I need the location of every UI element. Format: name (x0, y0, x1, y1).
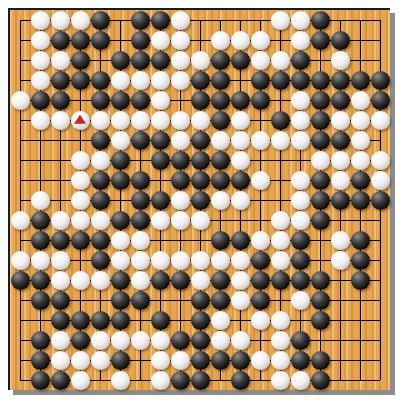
intersection-r1-c12[interactable] (230, 10, 250, 30)
intersection-r9-c7[interactable] (130, 170, 150, 190)
intersection-r5-c9[interactable] (170, 90, 190, 110)
intersection-r19-c3[interactable] (50, 370, 70, 390)
intersection-r17-c13[interactable] (250, 330, 270, 350)
intersection-r8-c2[interactable] (30, 150, 50, 170)
intersection-r18-c15[interactable] (290, 350, 310, 370)
intersection-r6-c6[interactable] (110, 110, 130, 130)
intersection-r7-c4[interactable] (70, 130, 90, 150)
intersection-r7-c19[interactable] (370, 130, 390, 150)
intersection-r11-c5[interactable] (90, 210, 110, 230)
intersection-r9-c10[interactable] (190, 170, 210, 190)
intersection-r19-c5[interactable] (90, 370, 110, 390)
intersection-r13-c1[interactable] (10, 250, 30, 270)
intersection-r9-c8[interactable] (150, 170, 170, 190)
intersection-r16-c5[interactable] (90, 310, 110, 330)
intersection-r15-c2[interactable] (30, 290, 50, 310)
intersection-r8-c12[interactable] (230, 150, 250, 170)
intersection-r18-c8[interactable] (150, 350, 170, 370)
intersection-r9-c2[interactable] (30, 170, 50, 190)
intersection-r4-c17[interactable] (330, 70, 350, 90)
intersection-r12-c10[interactable] (190, 230, 210, 250)
intersection-r7-c15[interactable] (290, 130, 310, 150)
intersection-r12-c15[interactable] (290, 230, 310, 250)
intersection-r3-c12[interactable] (230, 50, 250, 70)
intersection-r14-c7[interactable] (130, 270, 150, 290)
intersection-r14-c19[interactable] (370, 270, 390, 290)
intersection-r1-c11[interactable] (210, 10, 230, 30)
intersection-r4-c13[interactable] (250, 70, 270, 90)
intersection-r4-c5[interactable] (90, 70, 110, 90)
intersection-r13-c7[interactable] (130, 250, 150, 270)
intersection-r6-c4[interactable] (70, 110, 90, 130)
intersection-r6-c18[interactable] (350, 110, 370, 130)
intersection-r7-c11[interactable] (210, 130, 230, 150)
intersection-r3-c10[interactable] (190, 50, 210, 70)
intersection-r3-c14[interactable] (270, 50, 290, 70)
intersection-r17-c4[interactable] (70, 330, 90, 350)
intersection-r18-c4[interactable] (70, 350, 90, 370)
intersection-r2-c3[interactable] (50, 30, 70, 50)
intersection-r12-c9[interactable] (170, 230, 190, 250)
intersection-r7-c12[interactable] (230, 130, 250, 150)
intersection-r11-c13[interactable] (250, 210, 270, 230)
intersection-r1-c5[interactable] (90, 10, 110, 30)
intersection-r10-c9[interactable] (170, 190, 190, 210)
intersection-r5-c13[interactable] (250, 90, 270, 110)
intersection-r7-c5[interactable] (90, 130, 110, 150)
intersection-r5-c17[interactable] (330, 90, 350, 110)
intersection-r15-c11[interactable] (210, 290, 230, 310)
intersection-r6-c9[interactable] (170, 110, 190, 130)
intersection-r17-c1[interactable] (10, 330, 30, 350)
intersection-r5-c16[interactable] (310, 90, 330, 110)
intersection-r4-c3[interactable] (50, 70, 70, 90)
intersection-r17-c12[interactable] (230, 330, 250, 350)
intersection-r6-c10[interactable] (190, 110, 210, 130)
intersection-r11-c12[interactable] (230, 210, 250, 230)
intersection-r10-c3[interactable] (50, 190, 70, 210)
intersection-r12-c2[interactable] (30, 230, 50, 250)
intersection-r8-c18[interactable] (350, 150, 370, 170)
intersection-r8-c4[interactable] (70, 150, 90, 170)
intersection-r2-c14[interactable] (270, 30, 290, 50)
intersection-r18-c18[interactable] (350, 350, 370, 370)
intersection-r2-c12[interactable] (230, 30, 250, 50)
intersection-r13-c19[interactable] (370, 250, 390, 270)
intersection-r1-c8[interactable] (150, 10, 170, 30)
intersection-r4-c18[interactable] (350, 70, 370, 90)
intersection-r14-c12[interactable] (230, 270, 250, 290)
intersection-r7-c8[interactable] (150, 130, 170, 150)
intersection-r4-c10[interactable] (190, 70, 210, 90)
intersection-r12-c3[interactable] (50, 230, 70, 250)
intersection-r1-c15[interactable] (290, 10, 310, 30)
intersection-r10-c4[interactable] (70, 190, 90, 210)
intersection-r17-c17[interactable] (330, 330, 350, 350)
intersection-r11-c19[interactable] (370, 210, 390, 230)
intersection-r3-c19[interactable] (370, 50, 390, 70)
intersection-r13-c5[interactable] (90, 250, 110, 270)
intersection-r6-c17[interactable] (330, 110, 350, 130)
intersection-r14-c5[interactable] (90, 270, 110, 290)
intersection-r14-c10[interactable] (190, 270, 210, 290)
intersection-r8-c8[interactable] (150, 150, 170, 170)
intersection-r3-c1[interactable] (10, 50, 30, 70)
intersection-r2-c11[interactable] (210, 30, 230, 50)
intersection-r6-c1[interactable] (10, 110, 30, 130)
intersection-r9-c15[interactable] (290, 170, 310, 190)
intersection-r5-c18[interactable] (350, 90, 370, 110)
intersection-r1-c9[interactable] (170, 10, 190, 30)
intersection-r10-c17[interactable] (330, 190, 350, 210)
intersection-r15-c1[interactable] (10, 290, 30, 310)
intersection-r13-c17[interactable] (330, 250, 350, 270)
intersection-r5-c3[interactable] (50, 90, 70, 110)
intersection-r7-c10[interactable] (190, 130, 210, 150)
intersection-r3-c13[interactable] (250, 50, 270, 70)
intersection-r3-c5[interactable] (90, 50, 110, 70)
intersection-r10-c16[interactable] (310, 190, 330, 210)
intersection-r14-c14[interactable] (270, 270, 290, 290)
intersection-r10-c2[interactable] (30, 190, 50, 210)
intersection-r7-c6[interactable] (110, 130, 130, 150)
intersection-r13-c13[interactable] (250, 250, 270, 270)
intersection-r2-c1[interactable] (10, 30, 30, 50)
intersection-r5-c11[interactable] (210, 90, 230, 110)
intersection-r16-c8[interactable] (150, 310, 170, 330)
intersection-r10-c18[interactable] (350, 190, 370, 210)
intersection-r2-c6[interactable] (110, 30, 130, 50)
intersection-r8-c11[interactable] (210, 150, 230, 170)
intersection-r15-c13[interactable] (250, 290, 270, 310)
intersection-r19-c16[interactable] (310, 370, 330, 390)
intersection-r11-c7[interactable] (130, 210, 150, 230)
intersection-r11-c2[interactable] (30, 210, 50, 230)
intersection-r2-c5[interactable] (90, 30, 110, 50)
intersection-r4-c9[interactable] (170, 70, 190, 90)
intersection-r8-c6[interactable] (110, 150, 130, 170)
intersection-r9-c4[interactable] (70, 170, 90, 190)
intersection-r4-c4[interactable] (70, 70, 90, 90)
intersection-r18-c19[interactable] (370, 350, 390, 370)
intersection-r3-c8[interactable] (150, 50, 170, 70)
intersection-r14-c4[interactable] (70, 270, 90, 290)
intersection-r5-c15[interactable] (290, 90, 310, 110)
intersection-r8-c3[interactable] (50, 150, 70, 170)
intersection-r11-c11[interactable] (210, 210, 230, 230)
intersection-r17-c9[interactable] (170, 330, 190, 350)
intersection-r17-c2[interactable] (30, 330, 50, 350)
intersection-r16-c9[interactable] (170, 310, 190, 330)
intersection-r17-c11[interactable] (210, 330, 230, 350)
intersection-r10-c1[interactable] (10, 190, 30, 210)
intersection-r16-c10[interactable] (190, 310, 210, 330)
intersection-r8-c9[interactable] (170, 150, 190, 170)
intersection-r15-c3[interactable] (50, 290, 70, 310)
intersection-r2-c10[interactable] (190, 30, 210, 50)
intersection-r3-c2[interactable] (30, 50, 50, 70)
intersection-r4-c11[interactable] (210, 70, 230, 90)
intersection-r12-c17[interactable] (330, 230, 350, 250)
intersection-r18-c10[interactable] (190, 350, 210, 370)
intersection-r6-c3[interactable] (50, 110, 70, 130)
intersection-r16-c16[interactable] (310, 310, 330, 330)
intersection-r1-c6[interactable] (110, 10, 130, 30)
intersection-r16-c19[interactable] (370, 310, 390, 330)
intersection-r2-c8[interactable] (150, 30, 170, 50)
intersection-r16-c2[interactable] (30, 310, 50, 330)
intersection-r14-c17[interactable] (330, 270, 350, 290)
intersection-r4-c16[interactable] (310, 70, 330, 90)
intersection-r13-c4[interactable] (70, 250, 90, 270)
intersection-r12-c18[interactable] (350, 230, 370, 250)
intersection-r3-c3[interactable] (50, 50, 70, 70)
intersection-r14-c1[interactable] (10, 270, 30, 290)
intersection-r8-c15[interactable] (290, 150, 310, 170)
intersection-r9-c13[interactable] (250, 170, 270, 190)
intersection-r11-c8[interactable] (150, 210, 170, 230)
intersection-r6-c8[interactable] (150, 110, 170, 130)
intersection-r17-c14[interactable] (270, 330, 290, 350)
intersection-r19-c13[interactable] (250, 370, 270, 390)
intersection-r2-c4[interactable] (70, 30, 90, 50)
intersection-r6-c19[interactable] (370, 110, 390, 130)
intersection-r7-c17[interactable] (330, 130, 350, 150)
intersection-r6-c12[interactable] (230, 110, 250, 130)
intersection-r9-c5[interactable] (90, 170, 110, 190)
intersection-r16-c15[interactable] (290, 310, 310, 330)
intersection-r18-c13[interactable] (250, 350, 270, 370)
intersection-r7-c14[interactable] (270, 130, 290, 150)
intersection-r11-c10[interactable] (190, 210, 210, 230)
intersection-r1-c7[interactable] (130, 10, 150, 30)
intersection-r6-c15[interactable] (290, 110, 310, 130)
intersection-r7-c3[interactable] (50, 130, 70, 150)
intersection-r11-c4[interactable] (70, 210, 90, 230)
intersection-r17-c5[interactable] (90, 330, 110, 350)
intersection-r3-c6[interactable] (110, 50, 130, 70)
intersection-r5-c10[interactable] (190, 90, 210, 110)
intersection-r11-c9[interactable] (170, 210, 190, 230)
intersection-r17-c10[interactable] (190, 330, 210, 350)
intersection-r14-c11[interactable] (210, 270, 230, 290)
intersection-r7-c13[interactable] (250, 130, 270, 150)
intersection-r15-c9[interactable] (170, 290, 190, 310)
intersection-r18-c2[interactable] (30, 350, 50, 370)
intersection-r6-c7[interactable] (130, 110, 150, 130)
intersection-r5-c6[interactable] (110, 90, 130, 110)
intersection-r13-c14[interactable] (270, 250, 290, 270)
intersection-r1-c4[interactable] (70, 10, 90, 30)
intersection-r11-c16[interactable] (310, 210, 330, 230)
intersection-r19-c15[interactable] (290, 370, 310, 390)
intersection-r9-c14[interactable] (270, 170, 290, 190)
intersection-r7-c7[interactable] (130, 130, 150, 150)
intersection-r12-c12[interactable] (230, 230, 250, 250)
intersection-r9-c16[interactable] (310, 170, 330, 190)
intersection-r18-c1[interactable] (10, 350, 30, 370)
intersection-r14-c18[interactable] (350, 270, 370, 290)
intersection-r2-c7[interactable] (130, 30, 150, 50)
intersection-r18-c3[interactable] (50, 350, 70, 370)
intersection-r19-c12[interactable] (230, 370, 250, 390)
intersection-r18-c16[interactable] (310, 350, 330, 370)
intersection-r16-c17[interactable] (330, 310, 350, 330)
intersection-r15-c15[interactable] (290, 290, 310, 310)
intersection-r1-c17[interactable] (330, 10, 350, 30)
intersection-r7-c18[interactable] (350, 130, 370, 150)
intersection-r16-c18[interactable] (350, 310, 370, 330)
intersection-r5-c8[interactable] (150, 90, 170, 110)
intersection-r11-c1[interactable] (10, 210, 30, 230)
intersection-r7-c16[interactable] (310, 130, 330, 150)
intersection-r1-c13[interactable] (250, 10, 270, 30)
intersection-r5-c1[interactable] (10, 90, 30, 110)
intersection-r3-c18[interactable] (350, 50, 370, 70)
intersection-r19-c4[interactable] (70, 370, 90, 390)
intersection-r6-c13[interactable] (250, 110, 270, 130)
intersection-r13-c15[interactable] (290, 250, 310, 270)
intersection-r12-c4[interactable] (70, 230, 90, 250)
intersection-r3-c16[interactable] (310, 50, 330, 70)
intersection-r4-c7[interactable] (130, 70, 150, 90)
intersection-r9-c9[interactable] (170, 170, 190, 190)
intersection-r13-c3[interactable] (50, 250, 70, 270)
intersection-r12-c16[interactable] (310, 230, 330, 250)
intersection-r3-c9[interactable] (170, 50, 190, 70)
intersection-r15-c10[interactable] (190, 290, 210, 310)
intersection-r9-c12[interactable] (230, 170, 250, 190)
intersection-r8-c5[interactable] (90, 150, 110, 170)
intersection-r9-c17[interactable] (330, 170, 350, 190)
intersection-r1-c16[interactable] (310, 10, 330, 30)
intersection-r11-c3[interactable] (50, 210, 70, 230)
intersection-r1-c14[interactable] (270, 10, 290, 30)
intersection-r19-c8[interactable] (150, 370, 170, 390)
intersection-r10-c11[interactable] (210, 190, 230, 210)
intersection-r8-c17[interactable] (330, 150, 350, 170)
intersection-r12-c5[interactable] (90, 230, 110, 250)
intersection-r14-c8[interactable] (150, 270, 170, 290)
intersection-r13-c6[interactable] (110, 250, 130, 270)
intersection-r9-c3[interactable] (50, 170, 70, 190)
intersection-r16-c7[interactable] (130, 310, 150, 330)
intersection-r19-c6[interactable] (110, 370, 130, 390)
intersection-r10-c12[interactable] (230, 190, 250, 210)
intersection-r18-c9[interactable] (170, 350, 190, 370)
intersection-r5-c5[interactable] (90, 90, 110, 110)
intersection-r19-c19[interactable] (370, 370, 390, 390)
intersection-r18-c6[interactable] (110, 350, 130, 370)
intersection-r8-c16[interactable] (310, 150, 330, 170)
intersection-r11-c17[interactable] (330, 210, 350, 230)
intersection-r9-c11[interactable] (210, 170, 230, 190)
intersection-r4-c12[interactable] (230, 70, 250, 90)
intersection-r12-c13[interactable] (250, 230, 270, 250)
intersection-r14-c6[interactable] (110, 270, 130, 290)
intersection-r18-c14[interactable] (270, 350, 290, 370)
intersection-r4-c14[interactable] (270, 70, 290, 90)
intersection-r17-c7[interactable] (130, 330, 150, 350)
intersection-r17-c19[interactable] (370, 330, 390, 350)
intersection-r2-c17[interactable] (330, 30, 350, 50)
intersection-r5-c19[interactable] (370, 90, 390, 110)
intersection-r4-c1[interactable] (10, 70, 30, 90)
intersection-r5-c4[interactable] (70, 90, 90, 110)
intersection-r9-c19[interactable] (370, 170, 390, 190)
intersection-r14-c16[interactable] (310, 270, 330, 290)
intersection-r2-c13[interactable] (250, 30, 270, 50)
intersection-r2-c19[interactable] (370, 30, 390, 50)
intersection-r19-c7[interactable] (130, 370, 150, 390)
intersection-r14-c3[interactable] (50, 270, 70, 290)
intersection-r12-c7[interactable] (130, 230, 150, 250)
intersection-r8-c1[interactable] (10, 150, 30, 170)
intersection-r8-c14[interactable] (270, 150, 290, 170)
intersection-r16-c4[interactable] (70, 310, 90, 330)
intersection-r11-c15[interactable] (290, 210, 310, 230)
intersection-r2-c16[interactable] (310, 30, 330, 50)
intersection-r5-c2[interactable] (30, 90, 50, 110)
intersection-r6-c16[interactable] (310, 110, 330, 130)
intersection-r2-c15[interactable] (290, 30, 310, 50)
intersection-r8-c10[interactable] (190, 150, 210, 170)
intersection-r4-c2[interactable] (30, 70, 50, 90)
intersection-r8-c13[interactable] (250, 150, 270, 170)
intersection-r16-c12[interactable] (230, 310, 250, 330)
intersection-r17-c3[interactable] (50, 330, 70, 350)
intersection-r15-c18[interactable] (350, 290, 370, 310)
intersection-r8-c19[interactable] (370, 150, 390, 170)
intersection-r19-c2[interactable] (30, 370, 50, 390)
intersection-r15-c7[interactable] (130, 290, 150, 310)
intersection-r6-c2[interactable] (30, 110, 50, 130)
intersection-r12-c14[interactable] (270, 230, 290, 250)
intersection-r1-c2[interactable] (30, 10, 50, 30)
intersection-r15-c6[interactable] (110, 290, 130, 310)
intersection-r19-c18[interactable] (350, 370, 370, 390)
intersection-r1-c1[interactable] (10, 10, 30, 30)
intersection-r17-c16[interactable] (310, 330, 330, 350)
intersection-r12-c1[interactable] (10, 230, 30, 250)
intersection-r5-c14[interactable] (270, 90, 290, 110)
intersection-r18-c17[interactable] (330, 350, 350, 370)
intersection-r16-c14[interactable] (270, 310, 290, 330)
intersection-r13-c8[interactable] (150, 250, 170, 270)
intersection-r13-c18[interactable] (350, 250, 370, 270)
intersection-r16-c13[interactable] (250, 310, 270, 330)
intersection-r10-c8[interactable] (150, 190, 170, 210)
intersection-r3-c11[interactable] (210, 50, 230, 70)
intersection-r9-c6[interactable] (110, 170, 130, 190)
intersection-r10-c5[interactable] (90, 190, 110, 210)
intersection-r3-c15[interactable] (290, 50, 310, 70)
intersection-r15-c19[interactable] (370, 290, 390, 310)
intersection-r10-c19[interactable] (370, 190, 390, 210)
intersection-r3-c4[interactable] (70, 50, 90, 70)
intersection-r7-c1[interactable] (10, 130, 30, 150)
intersection-r15-c17[interactable] (330, 290, 350, 310)
intersection-r14-c9[interactable] (170, 270, 190, 290)
intersection-r6-c11[interactable] (210, 110, 230, 130)
intersection-r3-c17[interactable] (330, 50, 350, 70)
intersection-r11-c18[interactable] (350, 210, 370, 230)
intersection-r15-c5[interactable] (90, 290, 110, 310)
intersection-r13-c12[interactable] (230, 250, 250, 270)
intersection-r10-c13[interactable] (250, 190, 270, 210)
intersection-r13-c9[interactable] (170, 250, 190, 270)
intersection-r17-c18[interactable] (350, 330, 370, 350)
